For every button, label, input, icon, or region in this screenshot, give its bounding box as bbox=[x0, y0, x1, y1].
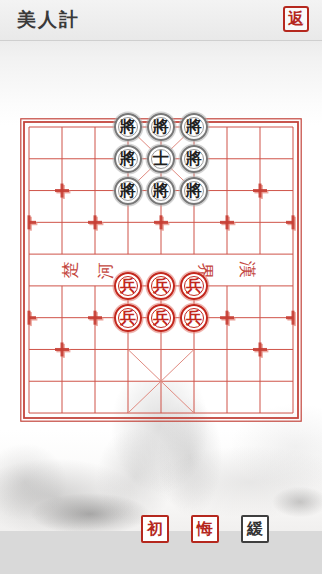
piece-black-將[interactable]: 將 bbox=[147, 113, 175, 141]
page-title: 美人計 bbox=[17, 0, 80, 40]
piece-label: 兵 bbox=[120, 310, 136, 326]
reset-button[interactable]: 初 bbox=[141, 515, 169, 543]
undo-button[interactable]: 悔 bbox=[191, 515, 219, 543]
piece-label: 兵 bbox=[186, 278, 202, 294]
piece-black-將[interactable]: 將 bbox=[180, 177, 208, 205]
piece-black-將[interactable]: 將 bbox=[114, 177, 142, 205]
piece-black-將[interactable]: 將 bbox=[180, 113, 208, 141]
piece-label: 兵 bbox=[186, 310, 202, 326]
piece-label: 將 bbox=[153, 119, 169, 135]
piece-label: 兵 bbox=[153, 278, 169, 294]
piece-black-士[interactable]: 士 bbox=[147, 145, 175, 173]
piece-label: 將 bbox=[120, 151, 136, 167]
piece-red-兵[interactable]: 兵 bbox=[180, 304, 208, 332]
piece-red-兵[interactable]: 兵 bbox=[180, 272, 208, 300]
wait-button[interactable]: 緩 bbox=[241, 515, 269, 543]
back-button[interactable]: 返 bbox=[283, 6, 309, 32]
xiangqi-board[interactable]: 楚 河 界 漢 將將將將士將將將將兵兵兵兵兵兵 bbox=[20, 118, 302, 422]
title-bar: 美人計 返 bbox=[0, 0, 322, 41]
piece-black-將[interactable]: 將 bbox=[147, 177, 175, 205]
piece-black-將[interactable]: 將 bbox=[180, 145, 208, 173]
piece-label: 將 bbox=[120, 183, 136, 199]
piece-red-兵[interactable]: 兵 bbox=[114, 272, 142, 300]
game-screen: 美人計 返 楚 河 界 漢 將將將將士將將將將兵兵兵兵兵兵 初 悔 緩 bbox=[0, 0, 322, 574]
control-bar: 初 悔 緩 bbox=[141, 515, 269, 543]
piece-black-將[interactable]: 將 bbox=[114, 145, 142, 173]
piece-red-兵[interactable]: 兵 bbox=[147, 272, 175, 300]
piece-label: 將 bbox=[120, 119, 136, 135]
piece-label: 士 bbox=[153, 151, 169, 167]
piece-label: 將 bbox=[186, 151, 202, 167]
piece-label: 將 bbox=[186, 183, 202, 199]
piece-red-兵[interactable]: 兵 bbox=[114, 304, 142, 332]
piece-label: 兵 bbox=[120, 278, 136, 294]
piece-label: 將 bbox=[153, 183, 169, 199]
piece-label: 將 bbox=[186, 119, 202, 135]
piece-black-將[interactable]: 將 bbox=[114, 113, 142, 141]
piece-label: 兵 bbox=[153, 310, 169, 326]
pieces-layer: 將將將將士將將將將兵兵兵兵兵兵 bbox=[13, 111, 310, 429]
piece-red-兵[interactable]: 兵 bbox=[147, 304, 175, 332]
